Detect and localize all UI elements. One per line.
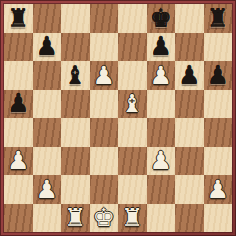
square-b2[interactable]: ♟ (33, 175, 62, 204)
square-f3[interactable]: ♟ (147, 147, 176, 176)
square-e2[interactable] (118, 175, 147, 204)
square-f2[interactable] (147, 175, 176, 204)
square-h1[interactable] (204, 204, 233, 233)
white-pawn[interactable]: ♟ (90, 61, 119, 90)
square-b3[interactable] (33, 147, 62, 176)
square-b1[interactable] (33, 204, 62, 233)
square-e4[interactable] (118, 118, 147, 147)
square-d5[interactable] (90, 90, 119, 119)
square-a6[interactable] (4, 61, 33, 90)
white-pawn[interactable]: ♟ (4, 147, 33, 176)
square-e6[interactable] (118, 61, 147, 90)
square-h2[interactable]: ♟ (204, 175, 233, 204)
square-e7[interactable] (118, 33, 147, 62)
square-c3[interactable] (61, 147, 90, 176)
square-h4[interactable] (204, 118, 233, 147)
square-f7[interactable]: ♟ (147, 33, 176, 62)
square-e1[interactable]: ♜ (118, 204, 147, 233)
square-d6[interactable]: ♟ (90, 61, 119, 90)
square-c6[interactable]: ♝ (61, 61, 90, 90)
square-a7[interactable] (4, 33, 33, 62)
square-b8[interactable] (33, 4, 62, 33)
white-pawn[interactable]: ♟ (204, 175, 233, 204)
square-a1[interactable] (4, 204, 33, 233)
square-h5[interactable] (204, 90, 233, 119)
white-pawn[interactable]: ♟ (147, 147, 176, 176)
square-d4[interactable] (90, 118, 119, 147)
black-king[interactable]: ♚ (147, 4, 176, 33)
square-a3[interactable]: ♟ (4, 147, 33, 176)
square-g3[interactable] (175, 147, 204, 176)
board-frame: ♜♚♜♟♟♝♟♟♟♟♟♝♟♟♟♟♜♚♜ (0, 0, 236, 236)
square-e5[interactable]: ♝ (118, 90, 147, 119)
square-g8[interactable] (175, 4, 204, 33)
square-g5[interactable] (175, 90, 204, 119)
black-pawn[interactable]: ♟ (4, 90, 33, 119)
square-d1[interactable]: ♚ (90, 204, 119, 233)
square-a4[interactable] (4, 118, 33, 147)
square-e8[interactable] (118, 4, 147, 33)
black-rook[interactable]: ♜ (4, 4, 33, 33)
black-pawn[interactable]: ♟ (204, 61, 233, 90)
square-g7[interactable] (175, 33, 204, 62)
square-b6[interactable] (33, 61, 62, 90)
square-b7[interactable]: ♟ (33, 33, 62, 62)
square-a8[interactable]: ♜ (4, 4, 33, 33)
black-pawn[interactable]: ♟ (147, 33, 176, 62)
square-g2[interactable] (175, 175, 204, 204)
white-bishop[interactable]: ♝ (118, 90, 147, 119)
white-pawn[interactable]: ♟ (33, 175, 62, 204)
square-d2[interactable] (90, 175, 119, 204)
square-c7[interactable] (61, 33, 90, 62)
chess-board: ♜♚♜♟♟♝♟♟♟♟♟♝♟♟♟♟♜♚♜ (4, 4, 232, 232)
square-a5[interactable]: ♟ (4, 90, 33, 119)
white-rook[interactable]: ♜ (118, 204, 147, 233)
square-h7[interactable] (204, 33, 233, 62)
black-bishop[interactable]: ♝ (61, 61, 90, 90)
square-f5[interactable] (147, 90, 176, 119)
square-f1[interactable] (147, 204, 176, 233)
square-c5[interactable] (61, 90, 90, 119)
white-rook[interactable]: ♜ (61, 204, 90, 233)
black-pawn[interactable]: ♟ (33, 33, 62, 62)
square-a2[interactable] (4, 175, 33, 204)
square-h6[interactable]: ♟ (204, 61, 233, 90)
white-pawn[interactable]: ♟ (147, 61, 176, 90)
square-d8[interactable] (90, 4, 119, 33)
square-f4[interactable] (147, 118, 176, 147)
black-pawn[interactable]: ♟ (175, 61, 204, 90)
square-h3[interactable] (204, 147, 233, 176)
square-g4[interactable] (175, 118, 204, 147)
square-d3[interactable] (90, 147, 119, 176)
square-f6[interactable]: ♟ (147, 61, 176, 90)
square-b4[interactable] (33, 118, 62, 147)
square-c4[interactable] (61, 118, 90, 147)
square-g1[interactable] (175, 204, 204, 233)
square-e3[interactable] (118, 147, 147, 176)
square-c1[interactable]: ♜ (61, 204, 90, 233)
square-b5[interactable] (33, 90, 62, 119)
square-c2[interactable] (61, 175, 90, 204)
black-rook[interactable]: ♜ (204, 4, 233, 33)
square-h8[interactable]: ♜ (204, 4, 233, 33)
square-c8[interactable] (61, 4, 90, 33)
white-king[interactable]: ♚ (90, 204, 119, 233)
square-d7[interactable] (90, 33, 119, 62)
square-g6[interactable]: ♟ (175, 61, 204, 90)
square-f8[interactable]: ♚ (147, 4, 176, 33)
